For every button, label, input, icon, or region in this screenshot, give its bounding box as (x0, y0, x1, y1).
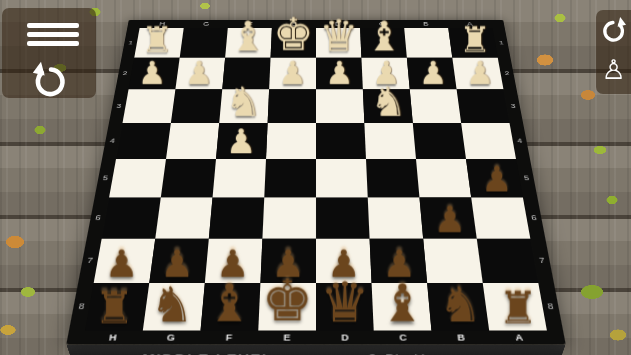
square-h8[interactable]: ♜ (85, 283, 149, 331)
piece-black-knight-g8[interactable]: ♞ (150, 281, 193, 329)
piece-black-queen-d8[interactable]: ♛ (320, 274, 370, 329)
square-h4[interactable] (116, 123, 171, 159)
file-label-d: D (316, 331, 374, 345)
file-labels-top: HGFEDCBA (140, 20, 493, 28)
piece-white-rook-a1[interactable]: ♜ (459, 22, 491, 57)
square-b3[interactable] (410, 89, 461, 123)
square-b8[interactable]: ♞ (427, 283, 489, 331)
player-mode-button[interactable]: ♙ (596, 56, 631, 83)
square-e4[interactable] (266, 123, 316, 159)
square-f6[interactable] (209, 197, 264, 238)
piece-white-knight-f3[interactable]: ♞ (225, 82, 261, 123)
square-b2[interactable]: ♟ (407, 58, 457, 90)
piece-white-bishop-f1[interactable]: ♝ (230, 16, 267, 57)
piece-black-pawn-b6[interactable]: ♟ (434, 201, 467, 237)
piece-white-pawn-g2[interactable]: ♟ (185, 57, 214, 89)
file-label-b: B (431, 331, 491, 345)
piece-black-bishop-f8[interactable]: ♝ (206, 278, 253, 330)
square-e8[interactable]: ♚ (258, 283, 316, 331)
square-e6[interactable] (262, 197, 316, 238)
square-d3[interactable] (316, 89, 364, 123)
square-g2[interactable]: ♟ (175, 58, 225, 90)
square-d5[interactable] (316, 159, 368, 197)
file-labels-bottom: HGFEDCBA (83, 331, 550, 345)
square-f4[interactable]: ♟ (216, 123, 268, 159)
square-h7[interactable]: ♟ (94, 239, 156, 283)
hamburger-menu-icon (27, 23, 79, 46)
piece-black-pawn-h7[interactable]: ♟ (105, 244, 139, 282)
menu-button[interactable] (27, 23, 79, 46)
file-label-h: H (83, 331, 143, 345)
square-h3[interactable] (122, 89, 175, 123)
piece-white-pawn-d2[interactable]: ♟ (325, 57, 354, 89)
square-c8[interactable]: ♝ (372, 283, 432, 331)
piece-white-pawn-f4[interactable]: ♟ (226, 124, 256, 158)
square-g4[interactable] (166, 123, 219, 159)
square-a8[interactable]: ♜ (483, 283, 547, 331)
piece-white-pawn-a2[interactable]: ♟ (466, 57, 495, 89)
square-a3[interactable] (457, 89, 510, 123)
toolbar-right-panel: ♙ (596, 10, 631, 94)
pawn-outline-icon: ♙ (601, 54, 625, 85)
square-a6[interactable] (471, 197, 530, 238)
board-scene: HGFEDCBA 12345678 12345678 ♜♝♚♛♝♜♟♟♟♟♟♟♟… (102, 0, 530, 355)
board-front-face: MIDDLE LEVEL 3. Black's move (66, 345, 566, 355)
file-label-e: E (258, 331, 316, 345)
file-label-g: G (184, 20, 229, 28)
piece-white-king-e1[interactable]: ♚ (273, 12, 314, 57)
square-a2[interactable]: ♟ (452, 58, 503, 90)
square-d2[interactable]: ♟ (316, 58, 363, 90)
square-a7[interactable] (477, 239, 539, 283)
redo-button[interactable] (598, 14, 628, 46)
file-label-g: G (141, 331, 201, 345)
piece-black-knight-b8[interactable]: ♞ (438, 281, 481, 329)
piece-white-bishop-c1[interactable]: ♝ (366, 16, 403, 57)
undo-arrow-icon (28, 60, 74, 100)
square-b5[interactable] (416, 159, 471, 197)
square-f8[interactable]: ♝ (201, 283, 261, 331)
board-grid: ♜♝♚♛♝♜♟♟♟♟♟♟♟♞♞♟♟♟♟♟♟♟♟♟♜♞♝♚♛♝♞♜ (85, 28, 547, 331)
piece-white-knight-c3[interactable]: ♞ (370, 82, 406, 123)
piece-black-rook-h8[interactable]: ♜ (94, 285, 134, 330)
square-g3[interactable] (171, 89, 222, 123)
square-b6[interactable]: ♟ (419, 197, 476, 238)
square-c5[interactable] (366, 159, 419, 197)
square-f5[interactable] (213, 159, 266, 197)
square-e3[interactable] (268, 89, 316, 123)
square-c6[interactable] (368, 197, 423, 238)
square-a5[interactable]: ♟ (466, 159, 523, 197)
piece-white-pawn-h2[interactable]: ♟ (138, 57, 167, 89)
piece-black-bishop-c8[interactable]: ♝ (379, 278, 426, 330)
file-label-f: F (199, 331, 258, 345)
file-label-a: A (489, 331, 549, 345)
square-f1[interactable]: ♝ (225, 28, 272, 58)
square-e5[interactable] (264, 159, 316, 197)
square-c4[interactable] (364, 123, 416, 159)
piece-black-king-e8[interactable]: ♚ (261, 272, 313, 330)
square-g5[interactable] (161, 159, 216, 197)
square-f3[interactable]: ♞ (219, 89, 269, 123)
undo-button[interactable] (28, 60, 74, 100)
square-c3[interactable]: ♞ (363, 89, 413, 123)
chess-app-screen: HGFEDCBA 12345678 12345678 ♜♝♚♛♝♜♟♟♟♟♟♟♟… (0, 0, 631, 355)
piece-white-pawn-b2[interactable]: ♟ (419, 57, 448, 89)
redo-arrow-icon (598, 14, 628, 46)
square-e2[interactable]: ♟ (269, 58, 316, 90)
file-label-b: B (403, 20, 448, 28)
square-h6[interactable] (102, 197, 161, 238)
square-g6[interactable] (155, 197, 212, 238)
square-b4[interactable] (413, 123, 466, 159)
piece-white-queen-d1[interactable]: ♛ (319, 13, 358, 57)
square-d4[interactable] (316, 123, 366, 159)
square-d8[interactable]: ♛ (316, 283, 374, 331)
square-h2[interactable]: ♟ (129, 58, 180, 90)
square-h5[interactable] (109, 159, 166, 197)
piece-white-rook-h1[interactable]: ♜ (141, 22, 173, 57)
chess-board: HGFEDCBA 12345678 12345678 ♜♝♚♛♝♜♟♟♟♟♟♟♟… (66, 20, 566, 345)
square-d6[interactable] (316, 197, 370, 238)
square-a4[interactable] (461, 123, 516, 159)
piece-black-pawn-a5[interactable]: ♟ (481, 161, 513, 196)
file-label-c: C (374, 331, 433, 345)
toolbar-left-panel (2, 8, 96, 98)
piece-black-rook-a8[interactable]: ♜ (498, 285, 538, 330)
piece-white-pawn-e2[interactable]: ♟ (278, 57, 307, 89)
square-g8[interactable]: ♞ (143, 283, 205, 331)
